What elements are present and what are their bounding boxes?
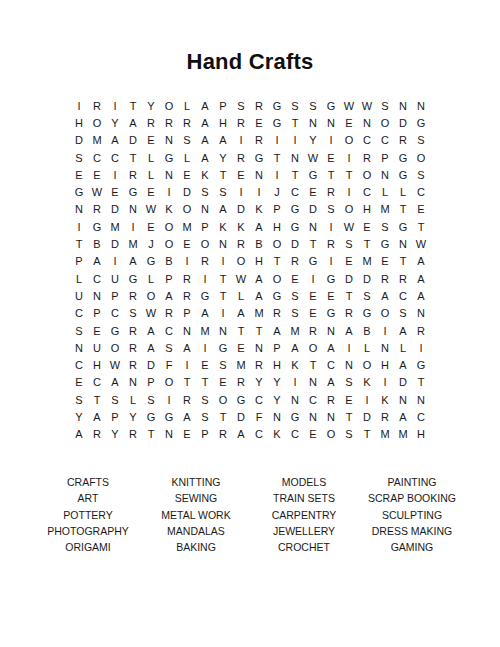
- grid-cell-r18c20[interactable]: N: [412, 391, 430, 408]
- grid-cell-r4c2[interactable]: C: [88, 149, 106, 166]
- grid-cell-r11c20[interactable]: A: [412, 270, 430, 287]
- grid-cell-r20c19[interactable]: M: [394, 426, 412, 443]
- grid-cell-r17c3[interactable]: A: [106, 374, 124, 391]
- grid-cell-r9c3[interactable]: D: [106, 235, 124, 252]
- grid-cell-r13c19[interactable]: S: [394, 305, 412, 322]
- grid-cell-r10c15[interactable]: I: [322, 253, 340, 270]
- grid-cell-r11c11[interactable]: A: [250, 270, 268, 287]
- grid-cell-r4c11[interactable]: G: [250, 149, 268, 166]
- grid-cell-r7c7[interactable]: O: [178, 201, 196, 218]
- grid-cell-r15c10[interactable]: E: [232, 339, 250, 356]
- grid-cell-r12c17[interactable]: S: [358, 287, 376, 304]
- grid-cell-r9c10[interactable]: R: [232, 235, 250, 252]
- grid-cell-r12c7[interactable]: R: [178, 287, 196, 304]
- grid-cell-r2c7[interactable]: R: [178, 114, 196, 131]
- grid-cell-r2c4[interactable]: A: [124, 114, 142, 131]
- grid-cell-r16c3[interactable]: W: [106, 356, 124, 373]
- grid-cell-r9c2[interactable]: B: [88, 235, 106, 252]
- grid-cell-r19c12[interactable]: N: [268, 408, 286, 425]
- grid-cell-r20c6[interactable]: N: [160, 426, 178, 443]
- grid-cell-r6c13[interactable]: C: [286, 183, 304, 200]
- grid-cell-r7c19[interactable]: T: [394, 201, 412, 218]
- grid-cell-r12c14[interactable]: E: [304, 287, 322, 304]
- grid-cell-r16c6[interactable]: F: [160, 356, 178, 373]
- grid-cell-r1c7[interactable]: L: [178, 97, 196, 114]
- grid-cell-r16c17[interactable]: O: [358, 356, 376, 373]
- grid-cell-r8c2[interactable]: G: [88, 218, 106, 235]
- grid-cell-r2c1[interactable]: H: [70, 114, 88, 131]
- grid-cell-r2c2[interactable]: O: [88, 114, 106, 131]
- grid-cell-r3c11[interactable]: R: [250, 132, 268, 149]
- grid-cell-r16c18[interactable]: H: [376, 356, 394, 373]
- grid-cell-r16c10[interactable]: M: [232, 356, 250, 373]
- grid-cell-r1c2[interactable]: R: [88, 97, 106, 114]
- grid-cell-r16c20[interactable]: G: [412, 356, 430, 373]
- grid-cell-r15c5[interactable]: A: [142, 339, 160, 356]
- grid-cell-r9c12[interactable]: O: [268, 235, 286, 252]
- grid-cell-r16c8[interactable]: E: [196, 356, 214, 373]
- grid-cell-r6c18[interactable]: L: [376, 183, 394, 200]
- grid-cell-r1c14[interactable]: S: [304, 97, 322, 114]
- grid-cell-r7c11[interactable]: K: [250, 201, 268, 218]
- grid-cell-r9c19[interactable]: N: [394, 235, 412, 252]
- grid-cell-r7c13[interactable]: G: [286, 201, 304, 218]
- grid-cell-r13c10[interactable]: A: [232, 305, 250, 322]
- grid-cell-r4c19[interactable]: G: [394, 149, 412, 166]
- grid-cell-r12c1[interactable]: U: [70, 287, 88, 304]
- grid-cell-r2c9[interactable]: H: [214, 114, 232, 131]
- grid-cell-r13c8[interactable]: A: [196, 305, 214, 322]
- grid-cell-r9c20[interactable]: W: [412, 235, 430, 252]
- grid-cell-r14c10[interactable]: T: [232, 322, 250, 339]
- grid-cell-r2c12[interactable]: G: [268, 114, 286, 131]
- grid-cell-r1c11[interactable]: R: [250, 97, 268, 114]
- grid-cell-r5c5[interactable]: L: [142, 166, 160, 183]
- grid-cell-r5c9[interactable]: T: [214, 166, 232, 183]
- grid-cell-r10c4[interactable]: A: [124, 253, 142, 270]
- grid-cell-r3c20[interactable]: S: [412, 132, 430, 149]
- grid-cell-r19c6[interactable]: G: [160, 408, 178, 425]
- grid-cell-r6c6[interactable]: I: [160, 183, 178, 200]
- grid-cell-r18c14[interactable]: C: [304, 391, 322, 408]
- grid-cell-r18c18[interactable]: K: [376, 391, 394, 408]
- grid-cell-r19c15[interactable]: N: [322, 408, 340, 425]
- grid-cell-r3c7[interactable]: S: [178, 132, 196, 149]
- grid-cell-r20c8[interactable]: P: [196, 426, 214, 443]
- grid-cell-r9c14[interactable]: T: [304, 235, 322, 252]
- grid-cell-r14c4[interactable]: R: [124, 322, 142, 339]
- grid-cell-r4c4[interactable]: T: [124, 149, 142, 166]
- grid-cell-r4c13[interactable]: N: [286, 149, 304, 166]
- grid-cell-r10c18[interactable]: E: [376, 253, 394, 270]
- grid-cell-r15c20[interactable]: I: [412, 339, 430, 356]
- grid-cell-r6c9[interactable]: S: [214, 183, 232, 200]
- grid-cell-r6c14[interactable]: E: [304, 183, 322, 200]
- grid-cell-r3c18[interactable]: C: [376, 132, 394, 149]
- grid-cell-r6c17[interactable]: C: [358, 183, 376, 200]
- grid-cell-r10c3[interactable]: I: [106, 253, 124, 270]
- grid-cell-r18c10[interactable]: G: [232, 391, 250, 408]
- grid-cell-r4c5[interactable]: L: [142, 149, 160, 166]
- grid-cell-r15c11[interactable]: N: [250, 339, 268, 356]
- grid-cell-r11c12[interactable]: O: [268, 270, 286, 287]
- grid-cell-r20c1[interactable]: A: [70, 426, 88, 443]
- grid-cell-r9c13[interactable]: D: [286, 235, 304, 252]
- grid-cell-r10c11[interactable]: H: [250, 253, 268, 270]
- grid-cell-r16c16[interactable]: N: [340, 356, 358, 373]
- grid-cell-r9c9[interactable]: N: [214, 235, 232, 252]
- grid-cell-r19c10[interactable]: D: [232, 408, 250, 425]
- grid-cell-r11c10[interactable]: W: [232, 270, 250, 287]
- grid-cell-r20c12[interactable]: K: [268, 426, 286, 443]
- grid-cell-r6c19[interactable]: L: [394, 183, 412, 200]
- grid-cell-r12c11[interactable]: A: [250, 287, 268, 304]
- grid-cell-r8c8[interactable]: P: [196, 218, 214, 235]
- grid-cell-r19c4[interactable]: Y: [124, 408, 142, 425]
- grid-cell-r18c8[interactable]: S: [196, 391, 214, 408]
- grid-cell-r1c12[interactable]: G: [268, 97, 286, 114]
- grid-cell-r11c15[interactable]: G: [322, 270, 340, 287]
- grid-cell-r2c5[interactable]: R: [142, 114, 160, 131]
- grid-cell-r11c9[interactable]: T: [214, 270, 232, 287]
- grid-cell-r18c5[interactable]: S: [142, 391, 160, 408]
- grid-cell-r4c17[interactable]: R: [358, 149, 376, 166]
- grid-cell-r12c8[interactable]: G: [196, 287, 214, 304]
- grid-cell-r8c19[interactable]: G: [394, 218, 412, 235]
- grid-cell-r8c1[interactable]: I: [70, 218, 88, 235]
- grid-cell-r12c18[interactable]: A: [376, 287, 394, 304]
- grid-cell-r16c5[interactable]: D: [142, 356, 160, 373]
- grid-cell-r14c13[interactable]: M: [286, 322, 304, 339]
- grid-cell-r14c7[interactable]: N: [178, 322, 196, 339]
- grid-cell-r9c16[interactable]: S: [340, 235, 358, 252]
- grid-cell-r12c10[interactable]: L: [232, 287, 250, 304]
- grid-cell-r20c15[interactable]: O: [322, 426, 340, 443]
- grid-cell-r19c19[interactable]: A: [394, 408, 412, 425]
- grid-cell-r9c7[interactable]: E: [178, 235, 196, 252]
- grid-cell-r18c12[interactable]: Y: [268, 391, 286, 408]
- grid-cell-r14c16[interactable]: A: [340, 322, 358, 339]
- grid-cell-r19c20[interactable]: C: [412, 408, 430, 425]
- grid-cell-r3c8[interactable]: A: [196, 132, 214, 149]
- grid-cell-r7c17[interactable]: H: [358, 201, 376, 218]
- grid-cell-r20c20[interactable]: H: [412, 426, 430, 443]
- grid-cell-r16c15[interactable]: C: [322, 356, 340, 373]
- grid-cell-r4c9[interactable]: Y: [214, 149, 232, 166]
- grid-cell-r20c18[interactable]: M: [376, 426, 394, 443]
- grid-cell-r20c9[interactable]: R: [214, 426, 232, 443]
- grid-cell-r1c4[interactable]: T: [124, 97, 142, 114]
- grid-cell-r15c7[interactable]: A: [178, 339, 196, 356]
- grid-cell-r4c1[interactable]: S: [70, 149, 88, 166]
- grid-cell-r2c13[interactable]: T: [286, 114, 304, 131]
- grid-cell-r12c4[interactable]: R: [124, 287, 142, 304]
- grid-cell-r1c19[interactable]: N: [394, 97, 412, 114]
- grid-cell-r16c2[interactable]: H: [88, 356, 106, 373]
- grid-cell-r10c10[interactable]: O: [232, 253, 250, 270]
- grid-cell-r5c7[interactable]: E: [178, 166, 196, 183]
- grid-cell-r11c16[interactable]: D: [340, 270, 358, 287]
- grid-cell-r5c4[interactable]: R: [124, 166, 142, 183]
- grid-cell-r4c6[interactable]: G: [160, 149, 178, 166]
- grid-cell-r7c20[interactable]: E: [412, 201, 430, 218]
- grid-cell-r14c1[interactable]: S: [70, 322, 88, 339]
- grid-cell-r19c2[interactable]: A: [88, 408, 106, 425]
- grid-cell-r15c17[interactable]: L: [358, 339, 376, 356]
- grid-cell-r12c2[interactable]: N: [88, 287, 106, 304]
- grid-cell-r12c5[interactable]: O: [142, 287, 160, 304]
- grid-cell-r9c1[interactable]: T: [70, 235, 88, 252]
- grid-cell-r9c17[interactable]: T: [358, 235, 376, 252]
- grid-cell-r5c18[interactable]: N: [376, 166, 394, 183]
- grid-cell-r13c9[interactable]: I: [214, 305, 232, 322]
- grid-cell-r4c10[interactable]: R: [232, 149, 250, 166]
- grid-cell-r11c1[interactable]: L: [70, 270, 88, 287]
- grid-cell-r8c12[interactable]: H: [268, 218, 286, 235]
- grid-cell-r15c9[interactable]: G: [214, 339, 232, 356]
- grid-cell-r10c16[interactable]: E: [340, 253, 358, 270]
- grid-cell-r11c6[interactable]: P: [160, 270, 178, 287]
- grid-cell-r9c15[interactable]: R: [322, 235, 340, 252]
- grid-cell-r7c2[interactable]: R: [88, 201, 106, 218]
- grid-cell-r17c17[interactable]: K: [358, 374, 376, 391]
- grid-cell-r17c19[interactable]: D: [394, 374, 412, 391]
- grid-cell-r11c8[interactable]: I: [196, 270, 214, 287]
- grid-cell-r19c7[interactable]: A: [178, 408, 196, 425]
- grid-cell-r14c9[interactable]: N: [214, 322, 232, 339]
- grid-cell-r13c13[interactable]: S: [286, 305, 304, 322]
- grid-cell-r2c11[interactable]: E: [250, 114, 268, 131]
- grid-cell-r18c1[interactable]: S: [70, 391, 88, 408]
- grid-cell-r19c5[interactable]: G: [142, 408, 160, 425]
- grid-cell-r20c7[interactable]: E: [178, 426, 196, 443]
- grid-cell-r18c9[interactable]: O: [214, 391, 232, 408]
- grid-cell-r2c17[interactable]: N: [358, 114, 376, 131]
- grid-cell-r8c17[interactable]: E: [358, 218, 376, 235]
- grid-cell-r8c13[interactable]: G: [286, 218, 304, 235]
- grid-cell-r8c6[interactable]: O: [160, 218, 178, 235]
- grid-cell-r12c20[interactable]: A: [412, 287, 430, 304]
- grid-cell-r8c5[interactable]: E: [142, 218, 160, 235]
- grid-cell-r17c9[interactable]: E: [214, 374, 232, 391]
- grid-cell-r15c18[interactable]: N: [376, 339, 394, 356]
- grid-cell-r11c3[interactable]: U: [106, 270, 124, 287]
- grid-cell-r15c2[interactable]: U: [88, 339, 106, 356]
- grid-cell-r2c14[interactable]: N: [304, 114, 322, 131]
- grid-cell-r13c11[interactable]: M: [250, 305, 268, 322]
- grid-cell-r10c17[interactable]: M: [358, 253, 376, 270]
- grid-cell-r15c19[interactable]: L: [394, 339, 412, 356]
- grid-cell-r5c20[interactable]: S: [412, 166, 430, 183]
- grid-cell-r1c6[interactable]: O: [160, 97, 178, 114]
- grid-cell-r17c14[interactable]: N: [304, 374, 322, 391]
- grid-cell-r19c1[interactable]: Y: [70, 408, 88, 425]
- grid-cell-r10c6[interactable]: B: [160, 253, 178, 270]
- grid-cell-r8c10[interactable]: K: [232, 218, 250, 235]
- grid-cell-r16c14[interactable]: T: [304, 356, 322, 373]
- grid-cell-r1c1[interactable]: I: [70, 97, 88, 114]
- grid-cell-r6c7[interactable]: D: [178, 183, 196, 200]
- grid-cell-r5c19[interactable]: G: [394, 166, 412, 183]
- grid-cell-r8c7[interactable]: M: [178, 218, 196, 235]
- grid-cell-r5c3[interactable]: I: [106, 166, 124, 183]
- grid-cell-r9c11[interactable]: B: [250, 235, 268, 252]
- grid-cell-r11c4[interactable]: G: [124, 270, 142, 287]
- grid-cell-r6c8[interactable]: S: [196, 183, 214, 200]
- grid-cell-r3c16[interactable]: O: [340, 132, 358, 149]
- grid-cell-r14c18[interactable]: I: [376, 322, 394, 339]
- grid-cell-r11c17[interactable]: D: [358, 270, 376, 287]
- grid-cell-r14c15[interactable]: N: [322, 322, 340, 339]
- grid-cell-r4c12[interactable]: T: [268, 149, 286, 166]
- grid-cell-r5c16[interactable]: T: [340, 166, 358, 183]
- grid-cell-r7c3[interactable]: D: [106, 201, 124, 218]
- grid-cell-r9c4[interactable]: M: [124, 235, 142, 252]
- grid-cell-r8c14[interactable]: N: [304, 218, 322, 235]
- grid-cell-r8c3[interactable]: M: [106, 218, 124, 235]
- grid-cell-r13c18[interactable]: O: [376, 305, 394, 322]
- grid-cell-r12c13[interactable]: S: [286, 287, 304, 304]
- grid-cell-r20c11[interactable]: C: [250, 426, 268, 443]
- grid-cell-r2c10[interactable]: R: [232, 114, 250, 131]
- grid-cell-r10c13[interactable]: R: [286, 253, 304, 270]
- grid-cell-r1c20[interactable]: N: [412, 97, 430, 114]
- grid-cell-r19c3[interactable]: P: [106, 408, 124, 425]
- grid-cell-r17c13[interactable]: I: [286, 374, 304, 391]
- grid-cell-r18c6[interactable]: I: [160, 391, 178, 408]
- grid-cell-r9c18[interactable]: G: [376, 235, 394, 252]
- grid-cell-r13c16[interactable]: R: [340, 305, 358, 322]
- grid-cell-r6c12[interactable]: J: [268, 183, 286, 200]
- grid-cell-r20c17[interactable]: T: [358, 426, 376, 443]
- grid-cell-r18c4[interactable]: L: [124, 391, 142, 408]
- grid-cell-r13c7[interactable]: P: [178, 305, 196, 322]
- grid-cell-r5c15[interactable]: T: [322, 166, 340, 183]
- grid-cell-r18c16[interactable]: E: [340, 391, 358, 408]
- grid-cell-r13c2[interactable]: P: [88, 305, 106, 322]
- grid-cell-r1c15[interactable]: G: [322, 97, 340, 114]
- grid-cell-r6c10[interactable]: I: [232, 183, 250, 200]
- grid-cell-r15c3[interactable]: O: [106, 339, 124, 356]
- grid-cell-r19c8[interactable]: S: [196, 408, 214, 425]
- grid-cell-r16c7[interactable]: I: [178, 356, 196, 373]
- grid-cell-r11c14[interactable]: I: [304, 270, 322, 287]
- grid-cell-r4c20[interactable]: O: [412, 149, 430, 166]
- grid-cell-r16c19[interactable]: A: [394, 356, 412, 373]
- grid-cell-r14c19[interactable]: A: [394, 322, 412, 339]
- grid-cell-r3c1[interactable]: D: [70, 132, 88, 149]
- grid-cell-r2c6[interactable]: R: [160, 114, 178, 131]
- grid-cell-r15c6[interactable]: S: [160, 339, 178, 356]
- grid-cell-r4c15[interactable]: E: [322, 149, 340, 166]
- grid-cell-r9c8[interactable]: O: [196, 235, 214, 252]
- grid-cell-r2c18[interactable]: O: [376, 114, 394, 131]
- grid-cell-r17c12[interactable]: Y: [268, 374, 286, 391]
- grid-cell-r1c10[interactable]: S: [232, 97, 250, 114]
- grid-cell-r4c7[interactable]: L: [178, 149, 196, 166]
- grid-cell-r10c7[interactable]: I: [178, 253, 196, 270]
- grid-cell-r10c20[interactable]: A: [412, 253, 430, 270]
- grid-cell-r17c2[interactable]: C: [88, 374, 106, 391]
- grid-cell-r7c5[interactable]: W: [142, 201, 160, 218]
- grid-cell-r10c2[interactable]: A: [88, 253, 106, 270]
- grid-cell-r6c15[interactable]: R: [322, 183, 340, 200]
- grid-cell-r5c6[interactable]: N: [160, 166, 178, 183]
- grid-cell-r17c20[interactable]: T: [412, 374, 430, 391]
- grid-cell-r14c8[interactable]: M: [196, 322, 214, 339]
- grid-cell-r19c14[interactable]: N: [304, 408, 322, 425]
- grid-cell-r15c13[interactable]: A: [286, 339, 304, 356]
- grid-cell-r6c2[interactable]: W: [88, 183, 106, 200]
- grid-cell-r1c5[interactable]: Y: [142, 97, 160, 114]
- grid-cell-r17c10[interactable]: R: [232, 374, 250, 391]
- grid-cell-r17c15[interactable]: A: [322, 374, 340, 391]
- grid-cell-r6c20[interactable]: C: [412, 183, 430, 200]
- grid-cell-r11c5[interactable]: L: [142, 270, 160, 287]
- grid-cell-r11c19[interactable]: R: [394, 270, 412, 287]
- grid-cell-r11c18[interactable]: R: [376, 270, 394, 287]
- grid-cell-r3c2[interactable]: M: [88, 132, 106, 149]
- grid-cell-r20c3[interactable]: Y: [106, 426, 124, 443]
- grid-cell-r5c17[interactable]: O: [358, 166, 376, 183]
- grid-cell-r17c1[interactable]: E: [70, 374, 88, 391]
- grid-cell-r1c16[interactable]: W: [340, 97, 358, 114]
- grid-cell-r1c17[interactable]: W: [358, 97, 376, 114]
- grid-cell-r13c3[interactable]: C: [106, 305, 124, 322]
- grid-cell-r5c10[interactable]: E: [232, 166, 250, 183]
- grid-cell-r17c8[interactable]: T: [196, 374, 214, 391]
- grid-cell-r8c4[interactable]: I: [124, 218, 142, 235]
- grid-cell-r7c6[interactable]: K: [160, 201, 178, 218]
- grid-cell-r18c7[interactable]: R: [178, 391, 196, 408]
- grid-cell-r5c14[interactable]: G: [304, 166, 322, 183]
- grid-cell-r4c16[interactable]: I: [340, 149, 358, 166]
- grid-cell-r18c19[interactable]: N: [394, 391, 412, 408]
- grid-cell-r13c6[interactable]: R: [160, 305, 178, 322]
- grid-cell-r14c17[interactable]: B: [358, 322, 376, 339]
- grid-cell-r17c18[interactable]: I: [376, 374, 394, 391]
- grid-cell-r7c14[interactable]: D: [304, 201, 322, 218]
- grid-cell-r3c17[interactable]: C: [358, 132, 376, 149]
- grid-cell-r5c1[interactable]: E: [70, 166, 88, 183]
- grid-cell-r4c18[interactable]: P: [376, 149, 394, 166]
- grid-cell-r15c14[interactable]: O: [304, 339, 322, 356]
- grid-cell-r3c5[interactable]: E: [142, 132, 160, 149]
- grid-cell-r15c15[interactable]: A: [322, 339, 340, 356]
- grid-cell-r2c15[interactable]: N: [322, 114, 340, 131]
- grid-cell-r2c16[interactable]: E: [340, 114, 358, 131]
- grid-cell-r12c6[interactable]: A: [160, 287, 178, 304]
- grid-cell-r5c12[interactable]: I: [268, 166, 286, 183]
- grid-cell-r19c18[interactable]: R: [376, 408, 394, 425]
- grid-cell-r12c15[interactable]: E: [322, 287, 340, 304]
- grid-cell-r14c6[interactable]: C: [160, 322, 178, 339]
- grid-cell-r7c8[interactable]: N: [196, 201, 214, 218]
- grid-cell-r15c4[interactable]: R: [124, 339, 142, 356]
- grid-cell-r17c6[interactable]: O: [160, 374, 178, 391]
- grid-cell-r5c2[interactable]: E: [88, 166, 106, 183]
- grid-cell-r3c19[interactable]: R: [394, 132, 412, 149]
- grid-cell-r17c7[interactable]: T: [178, 374, 196, 391]
- grid-cell-r11c13[interactable]: E: [286, 270, 304, 287]
- grid-cell-r7c9[interactable]: A: [214, 201, 232, 218]
- grid-cell-r19c16[interactable]: T: [340, 408, 358, 425]
- grid-cell-r7c15[interactable]: S: [322, 201, 340, 218]
- grid-cell-r10c19[interactable]: T: [394, 253, 412, 270]
- grid-cell-r15c8[interactable]: I: [196, 339, 214, 356]
- grid-cell-r18c2[interactable]: T: [88, 391, 106, 408]
- grid-cell-r16c4[interactable]: R: [124, 356, 142, 373]
